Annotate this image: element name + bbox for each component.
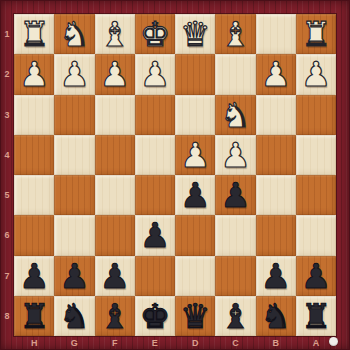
square-c2[interactable] <box>215 54 255 94</box>
square-c7[interactable] <box>215 256 255 296</box>
white-pawn-h2[interactable]: ♟ <box>19 54 49 94</box>
square-e8[interactable]: ♚ <box>135 296 175 336</box>
square-g5[interactable] <box>54 175 94 215</box>
square-h6[interactable] <box>14 215 54 255</box>
square-g3[interactable] <box>54 95 94 135</box>
square-f4[interactable] <box>95 135 135 175</box>
rank-label-5: 5 <box>0 175 14 215</box>
rank-label-6: 6 <box>0 215 14 255</box>
rank-label-8: 8 <box>0 296 14 336</box>
square-d8[interactable]: ♛ <box>175 296 215 336</box>
square-b1[interactable] <box>256 14 296 54</box>
square-e4[interactable] <box>135 135 175 175</box>
white-king-e1[interactable]: ♚ <box>140 14 170 54</box>
square-f1[interactable]: ♝ <box>95 14 135 54</box>
square-e6[interactable]: ♟ <box>135 215 175 255</box>
square-h3[interactable] <box>14 95 54 135</box>
black-pawn-a7[interactable]: ♟ <box>301 256 331 296</box>
square-b6[interactable] <box>256 215 296 255</box>
file-label-F: F <box>95 336 135 350</box>
square-h7[interactable]: ♟ <box>14 256 54 296</box>
file-label-G: G <box>54 336 94 350</box>
white-queen-d1[interactable]: ♛ <box>180 14 210 54</box>
white-to-move-indicator <box>329 337 338 346</box>
square-e5[interactable] <box>135 175 175 215</box>
square-c3[interactable]: ♞ <box>215 95 255 135</box>
square-c4[interactable]: ♟ <box>215 135 255 175</box>
square-a6[interactable] <box>296 215 336 255</box>
square-d6[interactable] <box>175 215 215 255</box>
square-g8[interactable]: ♞ <box>54 296 94 336</box>
black-pawn-e6[interactable]: ♟ <box>140 215 170 255</box>
square-g4[interactable] <box>54 135 94 175</box>
white-pawn-d4[interactable]: ♟ <box>180 135 210 175</box>
file-label-D: D <box>175 336 215 350</box>
black-king-e8[interactable]: ♚ <box>140 296 170 336</box>
rank-label-4: 4 <box>0 135 14 175</box>
square-a8[interactable]: ♜ <box>296 296 336 336</box>
black-rook-h8[interactable]: ♜ <box>19 296 49 336</box>
square-d7[interactable] <box>175 256 215 296</box>
square-a5[interactable] <box>296 175 336 215</box>
square-d3[interactable] <box>175 95 215 135</box>
square-f6[interactable] <box>95 215 135 255</box>
black-knight-g8[interactable]: ♞ <box>59 296 89 336</box>
square-b3[interactable] <box>256 95 296 135</box>
black-rook-a8[interactable]: ♜ <box>301 296 331 336</box>
rank-labels: 12345678 <box>0 14 14 336</box>
square-a2[interactable]: ♟ <box>296 54 336 94</box>
black-bishop-f8[interactable]: ♝ <box>99 296 129 336</box>
file-label-C: C <box>215 336 255 350</box>
square-b7[interactable]: ♟ <box>256 256 296 296</box>
square-c1[interactable]: ♝ <box>215 14 255 54</box>
black-pawn-g7[interactable]: ♟ <box>59 256 89 296</box>
white-rook-a1[interactable]: ♜ <box>301 14 331 54</box>
rank-label-7: 7 <box>0 256 14 296</box>
file-label-E: E <box>135 336 175 350</box>
chess-board-diagram: 12345678 HGFEDCBA ♜♞♝♚♛♝♜♟♟♟♟♟♟♞♟♟♟♟♟♟♟♟… <box>0 0 350 350</box>
square-b8[interactable]: ♞ <box>256 296 296 336</box>
square-d5[interactable]: ♟ <box>175 175 215 215</box>
square-a7[interactable]: ♟ <box>296 256 336 296</box>
chess-board: ♜♞♝♚♛♝♜♟♟♟♟♟♟♞♟♟♟♟♟♟♟♟♟♟♜♞♝♚♛♝♞♜ <box>14 14 336 336</box>
square-c8[interactable]: ♝ <box>215 296 255 336</box>
square-g1[interactable]: ♞ <box>54 14 94 54</box>
black-pawn-h7[interactable]: ♟ <box>19 256 49 296</box>
square-b2[interactable]: ♟ <box>256 54 296 94</box>
rank-label-2: 2 <box>0 54 14 94</box>
rank-label-3: 3 <box>0 95 14 135</box>
square-e3[interactable] <box>135 95 175 135</box>
square-g7[interactable]: ♟ <box>54 256 94 296</box>
square-g2[interactable]: ♟ <box>54 54 94 94</box>
black-pawn-f7[interactable]: ♟ <box>99 256 129 296</box>
square-h1[interactable]: ♜ <box>14 14 54 54</box>
square-f8[interactable]: ♝ <box>95 296 135 336</box>
white-pawn-f2[interactable]: ♟ <box>99 54 129 94</box>
file-label-B: B <box>256 336 296 350</box>
white-pawn-g2[interactable]: ♟ <box>59 54 89 94</box>
white-bishop-c1[interactable]: ♝ <box>220 14 250 54</box>
square-d4[interactable]: ♟ <box>175 135 215 175</box>
white-knight-g1[interactable]: ♞ <box>59 14 89 54</box>
file-label-H: H <box>14 336 54 350</box>
rank-label-1: 1 <box>0 14 14 54</box>
square-c5[interactable]: ♟ <box>215 175 255 215</box>
white-bishop-f1[interactable]: ♝ <box>99 14 129 54</box>
square-e1[interactable]: ♚ <box>135 14 175 54</box>
white-pawn-c4[interactable]: ♟ <box>220 135 250 175</box>
square-e2[interactable]: ♟ <box>135 54 175 94</box>
square-f5[interactable] <box>95 175 135 215</box>
square-d1[interactable]: ♛ <box>175 14 215 54</box>
square-h8[interactable]: ♜ <box>14 296 54 336</box>
black-knight-b8[interactable]: ♞ <box>260 296 290 336</box>
square-a1[interactable]: ♜ <box>296 14 336 54</box>
white-pawn-b2[interactable]: ♟ <box>260 54 290 94</box>
black-pawn-c5[interactable]: ♟ <box>220 175 250 215</box>
black-pawn-d5[interactable]: ♟ <box>180 175 210 215</box>
square-h5[interactable] <box>14 175 54 215</box>
black-queen-d8[interactable]: ♛ <box>180 296 210 336</box>
white-rook-h1[interactable]: ♜ <box>19 14 49 54</box>
square-h4[interactable] <box>14 135 54 175</box>
square-b5[interactable] <box>256 175 296 215</box>
square-a3[interactable] <box>296 95 336 135</box>
square-b4[interactable] <box>256 135 296 175</box>
white-knight-c3[interactable]: ♞ <box>220 95 250 135</box>
square-h2[interactable]: ♟ <box>14 54 54 94</box>
square-c6[interactable] <box>215 215 255 255</box>
square-d2[interactable] <box>175 54 215 94</box>
square-f7[interactable]: ♟ <box>95 256 135 296</box>
square-e7[interactable] <box>135 256 175 296</box>
black-bishop-c8[interactable]: ♝ <box>220 296 250 336</box>
square-f2[interactable]: ♟ <box>95 54 135 94</box>
white-pawn-a2[interactable]: ♟ <box>301 54 331 94</box>
square-a4[interactable] <box>296 135 336 175</box>
square-g6[interactable] <box>54 215 94 255</box>
file-labels: HGFEDCBA <box>14 336 336 350</box>
black-pawn-b7[interactable]: ♟ <box>260 256 290 296</box>
white-pawn-e2[interactable]: ♟ <box>140 54 170 94</box>
square-f3[interactable] <box>95 95 135 135</box>
